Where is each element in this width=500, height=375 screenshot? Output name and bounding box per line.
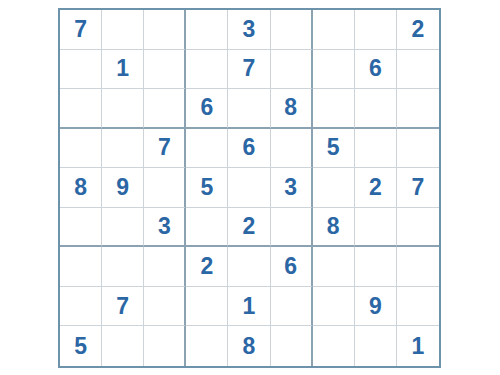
cell-r1c4[interactable] — [186, 10, 228, 50]
cell-r6c1[interactable] — [60, 208, 102, 248]
cell-r8c2[interactable]: 7 — [102, 287, 144, 327]
cell-r5c6[interactable]: 3 — [271, 168, 313, 208]
cell-r8c9[interactable] — [397, 287, 439, 327]
cell-r8c5[interactable]: 1 — [228, 287, 270, 327]
cell-r9c5[interactable]: 8 — [228, 326, 270, 366]
cell-r5c5[interactable] — [228, 168, 270, 208]
cell-r6c9[interactable] — [397, 208, 439, 248]
cell-r8c4[interactable] — [186, 287, 228, 327]
cell-r3c7[interactable] — [313, 89, 355, 129]
cell-r5c4[interactable]: 5 — [186, 168, 228, 208]
cell-r7c7[interactable] — [313, 247, 355, 287]
cell-r4c3[interactable]: 7 — [144, 129, 186, 169]
cell-r1c8[interactable] — [355, 10, 397, 50]
cell-r3c1[interactable] — [60, 89, 102, 129]
cell-r6c2[interactable] — [102, 208, 144, 248]
cell-r9c9[interactable]: 1 — [397, 326, 439, 366]
cell-r2c6[interactable] — [271, 50, 313, 90]
cell-r7c6[interactable]: 6 — [271, 247, 313, 287]
cell-r2c3[interactable] — [144, 50, 186, 90]
cell-r2c4[interactable] — [186, 50, 228, 90]
cell-r7c8[interactable] — [355, 247, 397, 287]
cell-r8c8[interactable]: 9 — [355, 287, 397, 327]
cell-r4c4[interactable] — [186, 129, 228, 169]
cell-r3c6[interactable]: 8 — [271, 89, 313, 129]
cell-r2c9[interactable] — [397, 50, 439, 90]
cell-r4c7[interactable]: 5 — [313, 129, 355, 169]
cell-r7c1[interactable] — [60, 247, 102, 287]
cell-r7c4[interactable]: 2 — [186, 247, 228, 287]
cell-r6c8[interactable] — [355, 208, 397, 248]
sudoku-board: 7321766876589532732826719581 — [58, 8, 441, 368]
cell-r3c5[interactable] — [228, 89, 270, 129]
cell-r4c5[interactable]: 6 — [228, 129, 270, 169]
cell-r8c3[interactable] — [144, 287, 186, 327]
cell-r5c1[interactable]: 8 — [60, 168, 102, 208]
cell-r2c8[interactable]: 6 — [355, 50, 397, 90]
cell-r4c6[interactable] — [271, 129, 313, 169]
cell-r1c9[interactable]: 2 — [397, 10, 439, 50]
cell-r4c8[interactable] — [355, 129, 397, 169]
cell-r1c1[interactable]: 7 — [60, 10, 102, 50]
cell-r9c1[interactable]: 5 — [60, 326, 102, 366]
cell-r9c7[interactable] — [313, 326, 355, 366]
cell-r7c9[interactable] — [397, 247, 439, 287]
cell-r1c7[interactable] — [313, 10, 355, 50]
cell-r3c3[interactable] — [144, 89, 186, 129]
cell-r5c7[interactable] — [313, 168, 355, 208]
cell-r7c2[interactable] — [102, 247, 144, 287]
cell-r2c2[interactable]: 1 — [102, 50, 144, 90]
cell-r2c1[interactable] — [60, 50, 102, 90]
cell-r5c8[interactable]: 2 — [355, 168, 397, 208]
cell-r1c3[interactable] — [144, 10, 186, 50]
cell-r8c6[interactable] — [271, 287, 313, 327]
cell-r9c2[interactable] — [102, 326, 144, 366]
cell-r4c2[interactable] — [102, 129, 144, 169]
cell-r2c5[interactable]: 7 — [228, 50, 270, 90]
cell-r1c2[interactable] — [102, 10, 144, 50]
cell-r3c8[interactable] — [355, 89, 397, 129]
sudoku-page: 7321766876589532732826719581 — [0, 0, 500, 375]
cell-r6c5[interactable]: 2 — [228, 208, 270, 248]
cell-r3c4[interactable]: 6 — [186, 89, 228, 129]
cell-r8c1[interactable] — [60, 287, 102, 327]
cell-r5c3[interactable] — [144, 168, 186, 208]
cell-r9c3[interactable] — [144, 326, 186, 366]
cell-r3c2[interactable] — [102, 89, 144, 129]
cell-r5c9[interactable]: 7 — [397, 168, 439, 208]
cell-r9c8[interactable] — [355, 326, 397, 366]
cell-r5c2[interactable]: 9 — [102, 168, 144, 208]
cell-r4c1[interactable] — [60, 129, 102, 169]
cell-r1c6[interactable] — [271, 10, 313, 50]
cell-r7c3[interactable] — [144, 247, 186, 287]
cell-r1c5[interactable]: 3 — [228, 10, 270, 50]
cell-r9c6[interactable] — [271, 326, 313, 366]
cell-r9c4[interactable] — [186, 326, 228, 366]
cell-r4c9[interactable] — [397, 129, 439, 169]
cell-r6c7[interactable]: 8 — [313, 208, 355, 248]
cell-r6c6[interactable] — [271, 208, 313, 248]
cell-r3c9[interactable] — [397, 89, 439, 129]
cell-r6c3[interactable]: 3 — [144, 208, 186, 248]
cell-r8c7[interactable] — [313, 287, 355, 327]
cell-r6c4[interactable] — [186, 208, 228, 248]
cell-r2c7[interactable] — [313, 50, 355, 90]
cell-r7c5[interactable] — [228, 247, 270, 287]
